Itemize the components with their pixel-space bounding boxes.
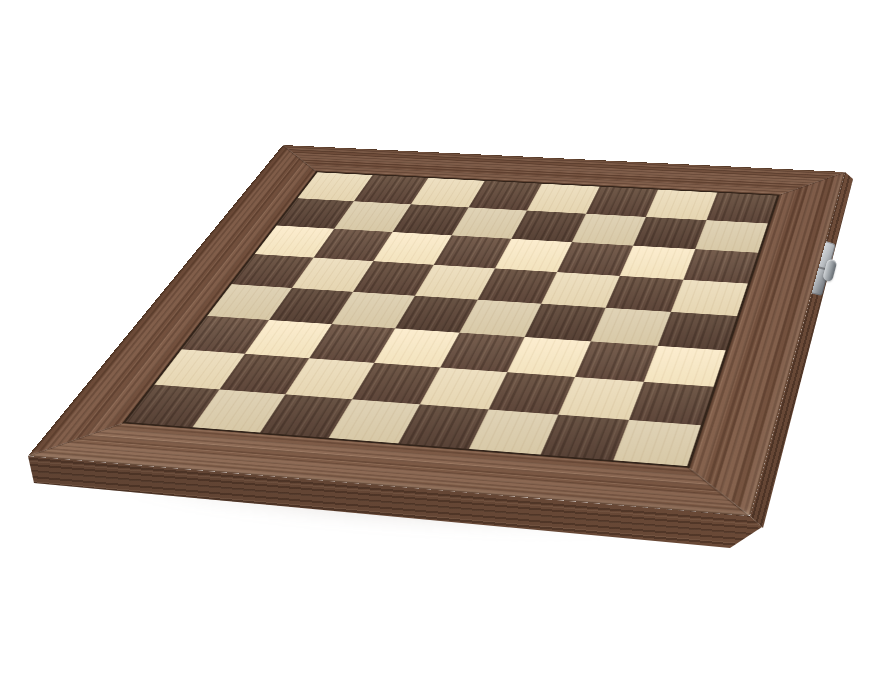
square-r3c7[interactable]: [671, 280, 748, 316]
chessboard[interactable]: [28, 145, 845, 516]
square-r2c7[interactable]: [683, 249, 758, 283]
square-r6c7[interactable]: [629, 382, 714, 425]
square-r4c7[interactable]: [658, 312, 737, 351]
square-r5c7[interactable]: [644, 346, 726, 387]
square-r0c7[interactable]: [706, 193, 777, 224]
product-photo-stage: [0, 0, 880, 680]
square-r2c6[interactable]: [620, 246, 695, 280]
square-r1c7[interactable]: [695, 220, 768, 253]
square-r7c7[interactable]: [613, 420, 700, 466]
square-r1c6[interactable]: [633, 217, 706, 249]
square-r0c6[interactable]: [646, 190, 717, 221]
playing-field: [122, 171, 780, 468]
